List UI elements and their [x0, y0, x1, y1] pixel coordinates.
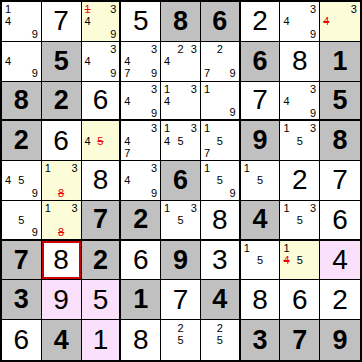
given-digit: 3	[253, 327, 268, 354]
cell-r4c1[interactable]: 2	[2, 121, 42, 161]
cell-r3c3[interactable]: 6	[82, 82, 122, 122]
solved-digit: 2	[332, 286, 348, 314]
candidate-4: 4	[123, 95, 135, 107]
solved-digit: 8	[212, 206, 228, 234]
candidate-9: 9	[106, 67, 117, 79]
cell-r9c5[interactable]: 25	[161, 320, 201, 360]
given-digit: 6	[253, 48, 268, 75]
cell-r2c2[interactable]: 5	[42, 42, 82, 82]
cell-r6c9[interactable]: 6	[320, 201, 360, 241]
solved-digit: 8	[93, 166, 109, 194]
candidate-5: 5	[175, 334, 187, 346]
candidate-3: 3	[106, 3, 117, 15]
candidate-9: 9	[27, 187, 39, 199]
cell-r6c2[interactable]: 138	[42, 201, 82, 241]
cell-r9c1[interactable]: 6	[2, 320, 42, 360]
cell-r5c4[interactable]: 349	[121, 161, 161, 201]
given-digit: 9	[333, 327, 348, 354]
cell-r3c2[interactable]: 2	[42, 82, 82, 122]
cell-r8c9[interactable]: 2	[320, 280, 360, 320]
cell-r6c6[interactable]: 8	[201, 201, 241, 241]
cell-r2c7[interactable]: 6	[241, 42, 281, 82]
cell-r4c5[interactable]: 1345	[161, 121, 201, 161]
solved-digit: 7	[252, 86, 268, 114]
cell-r2c8[interactable]: 8	[280, 42, 320, 82]
candidate-3: 3	[67, 162, 79, 174]
candidate-9: 9	[147, 107, 159, 119]
given-digit: 5	[54, 48, 69, 75]
given-digit: 7	[14, 247, 29, 274]
given-digit: 7	[292, 327, 307, 354]
candidate-9: 9	[306, 107, 318, 119]
candidate-5: 5	[214, 334, 225, 346]
given-digit: 2	[14, 127, 29, 154]
cell-r1c3[interactable]: 1349	[82, 2, 122, 42]
solved-digit: 2	[252, 7, 268, 35]
candidate-1: 1	[282, 202, 294, 214]
candidate-5: 5	[214, 174, 225, 186]
solved-digit: 6	[14, 326, 30, 354]
solved-digit: 8	[53, 246, 69, 274]
candidate-5: 5	[175, 135, 187, 147]
candidate-9: 9	[147, 187, 159, 199]
candidate-3: 3	[186, 202, 198, 214]
candidate-1: 1	[44, 202, 56, 214]
solved-digit: 6	[292, 286, 308, 314]
solved-digit: 6	[53, 127, 69, 155]
given-digit: 1	[133, 286, 148, 313]
candidate-2: 2	[175, 43, 187, 55]
candidate-5: 5	[254, 174, 266, 186]
cell-r7c2[interactable]: 8	[42, 241, 82, 281]
candidate-1: 1	[243, 242, 255, 254]
cell-r3c4[interactable]: 349	[121, 82, 161, 122]
cell-r9c8[interactable]: 7	[280, 320, 320, 360]
cell-r3c5[interactable]: 134	[161, 82, 201, 122]
candidate-2: 2	[214, 43, 225, 55]
given-digit: 4	[253, 206, 268, 233]
given-digit: 8	[333, 127, 348, 154]
cell-r6c8[interactable]: 135	[280, 201, 320, 241]
solved-digit: 6	[133, 246, 149, 274]
candidate-7: 7	[203, 67, 214, 79]
candidate-2: 2	[214, 322, 225, 334]
candidate-1: 1	[163, 202, 175, 214]
solved-digit: 8	[133, 326, 149, 354]
candidate-4: 4	[163, 135, 175, 147]
candidate-3: 3	[147, 162, 159, 174]
cell-r5c3[interactable]: 8	[82, 161, 122, 201]
candidate-5: 5	[16, 174, 28, 186]
candidate-4: 4	[4, 15, 16, 27]
eliminated-candidate-5: 5	[95, 135, 106, 147]
given-digit: 8	[14, 87, 29, 114]
given-digit: 2	[133, 206, 148, 233]
candidate-3: 3	[147, 43, 159, 55]
cell-r5c2[interactable]: 138	[42, 161, 82, 201]
candidate-4: 4	[84, 135, 95, 147]
cell-r8c6[interactable]: 4	[201, 280, 241, 320]
cell-r4c7[interactable]: 9	[241, 121, 281, 161]
candidate-2: 2	[175, 322, 187, 334]
cell-r8c8[interactable]: 6	[280, 280, 320, 320]
cell-r3c9[interactable]: 5	[320, 82, 360, 122]
cell-r2c9[interactable]: 1	[320, 42, 360, 82]
candidate-9: 9	[106, 28, 117, 40]
candidate-1: 1	[282, 122, 294, 134]
cell-r7c1[interactable]: 7	[2, 241, 42, 281]
cell-r1c2[interactable]: 7	[42, 2, 82, 42]
cell-r7c6[interactable]: 3	[201, 241, 241, 281]
cell-r9c6[interactable]: 25	[201, 320, 241, 360]
candidate-9: 9	[225, 67, 236, 79]
cell-r1c1[interactable]: 149	[2, 2, 42, 42]
cell-r5c8[interactable]: 2	[280, 161, 320, 201]
cell-r1c8[interactable]: 349	[280, 2, 320, 42]
candidate-3: 3	[147, 83, 159, 95]
given-digit: 6	[212, 8, 227, 35]
candidate-5: 5	[294, 214, 306, 226]
eliminated-candidate-4: 4	[282, 254, 294, 266]
candidate-9: 9	[306, 28, 318, 40]
eliminated-candidate-8: 8	[55, 226, 67, 238]
cell-r8c3[interactable]: 5	[82, 280, 122, 320]
candidate-3: 3	[186, 122, 198, 134]
cell-r6c1[interactable]: 59	[2, 201, 42, 241]
eliminated-candidate-1: 1	[84, 3, 95, 15]
solved-digit: 5	[133, 7, 149, 35]
candidate-1: 1	[163, 83, 175, 95]
eliminated-candidate-4: 4	[322, 15, 334, 27]
solved-digit: 7	[332, 166, 348, 194]
candidate-3: 3	[306, 83, 318, 95]
candidate-5: 5	[294, 254, 306, 266]
candidate-4: 4	[123, 55, 135, 67]
cell-r9c2[interactable]: 4	[42, 320, 82, 360]
candidate-3: 3	[306, 3, 318, 15]
cell-r4c6[interactable]: 157	[201, 121, 241, 161]
cell-r9c4[interactable]: 8	[121, 320, 161, 360]
cell-r8c5[interactable]: 7	[161, 280, 201, 320]
given-digit: 2	[93, 247, 108, 274]
given-digit: 2	[54, 87, 69, 114]
cell-r6c7[interactable]: 4	[241, 201, 281, 241]
candidate-3: 3	[186, 43, 198, 55]
sudoku-board: 1497134958623493449534934792342796818263…	[0, 0, 362, 362]
candidate-1: 1	[4, 3, 16, 15]
cell-r3c1[interactable]: 8	[2, 82, 42, 122]
given-digit: 3	[14, 286, 29, 313]
cell-r4c8[interactable]: 135	[280, 121, 320, 161]
cell-r6c4[interactable]: 2	[121, 201, 161, 241]
candidate-1: 1	[44, 162, 56, 174]
candidate-5: 5	[175, 214, 187, 226]
candidate-3: 3	[106, 43, 117, 55]
cell-r5c7[interactable]: 15	[241, 161, 281, 201]
cell-r4c4[interactable]: 347	[121, 121, 161, 161]
candidate-5: 5	[16, 214, 28, 226]
given-digit: 4	[54, 327, 69, 354]
candidate-5: 5	[254, 254, 266, 266]
eliminated-candidate-8: 8	[55, 187, 67, 199]
candidate-4: 4	[282, 95, 294, 107]
candidate-3: 3	[67, 202, 79, 214]
candidate-4: 4	[84, 15, 95, 27]
candidate-1: 1	[203, 83, 214, 95]
solved-digit: 1	[93, 326, 109, 354]
candidate-4: 4	[4, 174, 16, 186]
given-digit: 1	[333, 48, 348, 75]
cell-r6c3[interactable]: 7	[82, 201, 122, 241]
solved-digit: 8	[292, 47, 308, 75]
candidate-3: 3	[346, 3, 358, 15]
given-digit: 4	[212, 286, 227, 313]
cell-r8c4[interactable]: 1	[121, 280, 161, 320]
solved-digit: 8	[252, 286, 268, 314]
cell-r3c7[interactable]: 7	[241, 82, 281, 122]
candidate-1: 1	[203, 122, 214, 134]
cell-r2c1[interactable]: 49	[2, 42, 42, 82]
candidate-4: 4	[84, 55, 95, 67]
solved-digit: 3	[212, 246, 228, 274]
given-digit: 9	[173, 247, 188, 274]
cell-r8c7[interactable]: 8	[241, 280, 281, 320]
solved-digit: 5	[93, 286, 109, 314]
cell-r5c6[interactable]: 159	[201, 161, 241, 201]
cell-r5c1[interactable]: 459	[2, 161, 42, 201]
given-digit: 9	[253, 127, 268, 154]
cell-r9c9[interactable]: 9	[320, 320, 360, 360]
cell-r2c4[interactable]: 3479	[121, 42, 161, 82]
given-digit: 5	[333, 87, 348, 114]
given-digit: 7	[93, 206, 108, 233]
cell-r1c7[interactable]: 2	[241, 2, 281, 42]
candidate-9: 9	[147, 67, 159, 79]
candidate-1: 1	[282, 242, 294, 254]
candidate-5: 5	[294, 135, 306, 147]
candidate-7: 7	[123, 67, 135, 79]
cell-r4c3[interactable]: 45	[82, 121, 122, 161]
candidate-4: 4	[123, 174, 135, 186]
candidate-4: 4	[123, 135, 135, 147]
cell-r4c2[interactable]: 6	[42, 121, 82, 161]
cell-r5c9[interactable]: 7	[320, 161, 360, 201]
candidate-9: 9	[27, 28, 39, 40]
cell-r2c3[interactable]: 349	[82, 42, 122, 82]
cell-r7c7[interactable]: 15	[241, 241, 281, 281]
cell-r4c9[interactable]: 8	[320, 121, 360, 161]
cell-r9c3[interactable]: 1	[82, 320, 122, 360]
candidate-5: 5	[214, 135, 225, 147]
candidate-1: 1	[163, 122, 175, 134]
candidate-9: 9	[225, 106, 236, 118]
solved-digit: 4	[332, 246, 348, 274]
cell-r7c3[interactable]: 2	[82, 241, 122, 281]
cell-r2c5[interactable]: 234	[161, 42, 201, 82]
candidate-9: 9	[27, 67, 39, 79]
candidate-4: 4	[4, 55, 16, 67]
cell-r3c6[interactable]: 19	[201, 82, 241, 122]
given-digit: 6	[173, 167, 188, 194]
candidate-1: 1	[203, 162, 214, 174]
cell-r2c6[interactable]: 279	[201, 42, 241, 82]
candidate-3: 3	[186, 83, 198, 95]
solved-digit: 9	[53, 286, 69, 314]
cell-r8c1[interactable]: 3	[2, 280, 42, 320]
candidate-9: 9	[27, 226, 39, 238]
cell-r7c8[interactable]: 145	[280, 241, 320, 281]
candidate-7: 7	[123, 147, 135, 159]
candidate-4: 4	[163, 55, 175, 67]
candidate-9: 9	[225, 187, 236, 199]
cell-r7c5[interactable]: 9	[161, 241, 201, 281]
cell-r3c8[interactable]: 349	[280, 82, 320, 122]
solved-digit: 6	[332, 206, 348, 234]
cell-r1c6[interactable]: 6	[201, 2, 241, 42]
solved-digit: 7	[173, 286, 189, 314]
solved-digit: 7	[53, 7, 69, 35]
cell-r8c2[interactable]: 9	[42, 280, 82, 320]
candidate-4: 4	[282, 15, 294, 27]
solved-digit: 6	[93, 86, 109, 114]
cell-r9c7[interactable]: 3	[241, 320, 281, 360]
candidate-7: 7	[203, 147, 214, 159]
cell-r6c5[interactable]: 135	[161, 201, 201, 241]
candidate-3: 3	[147, 122, 159, 134]
solved-digit: 2	[292, 166, 308, 194]
cell-r1c9[interactable]: 34	[320, 2, 360, 42]
cell-r1c4[interactable]: 5	[121, 2, 161, 42]
cell-r7c9[interactable]: 4	[320, 241, 360, 281]
candidate-1: 1	[243, 162, 255, 174]
cell-r5c5[interactable]: 6	[161, 161, 201, 201]
candidate-4: 4	[163, 95, 175, 107]
cell-r7c4[interactable]: 6	[121, 241, 161, 281]
candidate-3: 3	[306, 122, 318, 134]
given-digit: 8	[173, 8, 188, 35]
candidate-3: 3	[306, 202, 318, 214]
cell-r1c5[interactable]: 8	[161, 2, 201, 42]
